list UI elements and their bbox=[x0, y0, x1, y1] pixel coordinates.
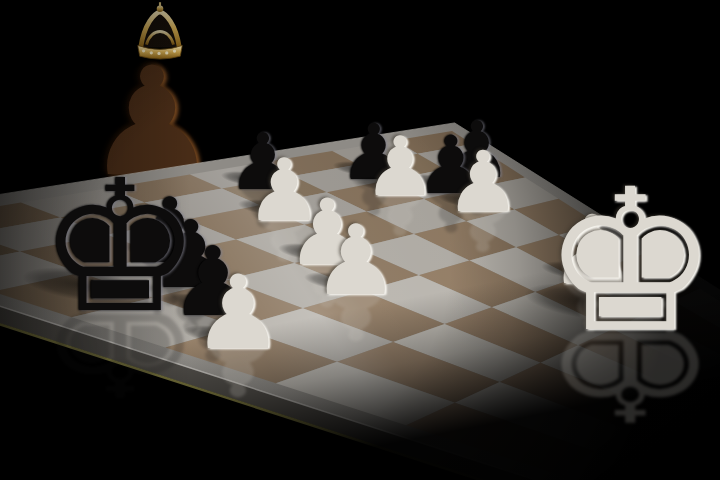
white-pawn-glyph: ♟ bbox=[192, 262, 283, 364]
white-pawn-glyph: ♟ bbox=[313, 212, 400, 309]
white-king-glyph: ♚ bbox=[542, 163, 718, 359]
chess-render-scene: ♟ ♟♟♟♟♟♟♟♟♟♟♟♟♟♟♟♟♟♟♟♟♟♟♟♟♚♚♟♟♚ bbox=[0, 0, 720, 480]
white-pawn-glyph: ♟ bbox=[445, 140, 520, 224]
white-pawn-glyph: ♟ bbox=[363, 126, 437, 208]
